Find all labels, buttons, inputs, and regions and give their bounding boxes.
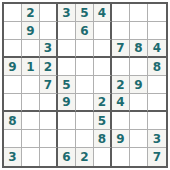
cell-r3c9[interactable]: 4: [148, 40, 166, 58]
cell-r6c4[interactable]: 9: [58, 94, 76, 112]
cell-r4c6[interactable]: [94, 58, 112, 76]
cell-r9c5[interactable]: 2: [76, 148, 94, 166]
cell-r1c9[interactable]: [148, 4, 166, 22]
cell-r5c7[interactable]: 2: [112, 76, 130, 94]
cell-r6c5[interactable]: [76, 94, 94, 112]
cell-r1c4[interactable]: 3: [58, 4, 76, 22]
cell-r1c1[interactable]: [4, 4, 22, 22]
cell-r3c5[interactable]: [76, 40, 94, 58]
cell-r6c6[interactable]: 2: [94, 94, 112, 112]
cell-r5c4[interactable]: 5: [58, 76, 76, 94]
cell-r9c1[interactable]: 3: [4, 148, 22, 166]
cell-r1c6[interactable]: 4: [94, 4, 112, 22]
cell-r8c4[interactable]: [58, 130, 76, 148]
cell-r4c2[interactable]: 1: [22, 58, 40, 76]
cell-r5c5[interactable]: [76, 76, 94, 94]
cell-r3c7[interactable]: 7: [112, 40, 130, 58]
cell-r9c9[interactable]: 7: [148, 148, 166, 166]
cell-r1c2[interactable]: 2: [22, 4, 40, 22]
cell-r2c6[interactable]: [94, 22, 112, 40]
cell-r1c7[interactable]: [112, 4, 130, 22]
cell-r7c6[interactable]: 5: [94, 112, 112, 130]
cell-r7c5[interactable]: [76, 112, 94, 130]
cell-r6c1[interactable]: [4, 94, 22, 112]
cell-r8c1[interactable]: [4, 130, 22, 148]
cell-r9c8[interactable]: [130, 148, 148, 166]
cell-r7c7[interactable]: [112, 112, 130, 130]
cell-r2c9[interactable]: [148, 22, 166, 40]
cell-r8c7[interactable]: 9: [112, 130, 130, 148]
cell-r4c1[interactable]: 9: [4, 58, 22, 76]
cell-r9c2[interactable]: [22, 148, 40, 166]
cell-r8c2[interactable]: [22, 130, 40, 148]
cell-r2c7[interactable]: [112, 22, 130, 40]
cell-r4c9[interactable]: 8: [148, 58, 166, 76]
cell-r8c6[interactable]: 8: [94, 130, 112, 148]
cell-r3c3[interactable]: 3: [40, 40, 58, 58]
cell-r9c7[interactable]: [112, 148, 130, 166]
cell-r2c5[interactable]: 6: [76, 22, 94, 40]
cell-r6c3[interactable]: [40, 94, 58, 112]
sudoku-board: 235496378491287529924858933627: [2, 2, 168, 168]
cell-r8c9[interactable]: 3: [148, 130, 166, 148]
cell-r7c8[interactable]: [130, 112, 148, 130]
cell-r7c2[interactable]: [22, 112, 40, 130]
cell-r1c8[interactable]: [130, 4, 148, 22]
cell-r7c9[interactable]: [148, 112, 166, 130]
cell-r9c6[interactable]: [94, 148, 112, 166]
cell-r6c7[interactable]: 4: [112, 94, 130, 112]
cell-r4c3[interactable]: 2: [40, 58, 58, 76]
cell-r5c1[interactable]: [4, 76, 22, 94]
cell-r8c3[interactable]: [40, 130, 58, 148]
cell-r5c9[interactable]: [148, 76, 166, 94]
cell-r4c4[interactable]: [58, 58, 76, 76]
cell-r2c8[interactable]: [130, 22, 148, 40]
cell-r5c2[interactable]: [22, 76, 40, 94]
cell-r5c6[interactable]: [94, 76, 112, 94]
cell-r6c2[interactable]: [22, 94, 40, 112]
cell-r1c3[interactable]: [40, 4, 58, 22]
cell-r2c4[interactable]: [58, 22, 76, 40]
cell-r4c5[interactable]: [76, 58, 94, 76]
cell-r2c3[interactable]: [40, 22, 58, 40]
cell-r8c8[interactable]: [130, 130, 148, 148]
cell-r2c1[interactable]: [4, 22, 22, 40]
cell-r1c5[interactable]: 5: [76, 4, 94, 22]
cell-r3c4[interactable]: [58, 40, 76, 58]
cell-r9c4[interactable]: 6: [58, 148, 76, 166]
cell-r7c3[interactable]: [40, 112, 58, 130]
cell-r6c9[interactable]: [148, 94, 166, 112]
cell-r4c7[interactable]: [112, 58, 130, 76]
cell-r3c8[interactable]: 8: [130, 40, 148, 58]
cell-r5c8[interactable]: 9: [130, 76, 148, 94]
cell-r7c1[interactable]: 8: [4, 112, 22, 130]
sudoku-widget: 235496378491287529924858933627: [0, 0, 170, 170]
cell-r3c1[interactable]: [4, 40, 22, 58]
cell-r7c4[interactable]: [58, 112, 76, 130]
cell-r9c3[interactable]: [40, 148, 58, 166]
cell-r5c3[interactable]: 7: [40, 76, 58, 94]
cell-r8c5[interactable]: [76, 130, 94, 148]
cell-r2c2[interactable]: 9: [22, 22, 40, 40]
cell-r3c2[interactable]: [22, 40, 40, 58]
cell-r4c8[interactable]: [130, 58, 148, 76]
cell-r6c8[interactable]: [130, 94, 148, 112]
cell-r3c6[interactable]: [94, 40, 112, 58]
